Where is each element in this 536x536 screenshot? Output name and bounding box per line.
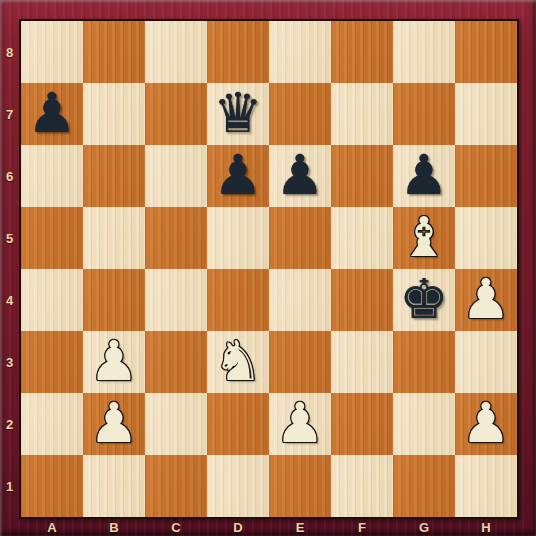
piece-white-pawn[interactable]: ♟ [461, 268, 510, 330]
square-d2[interactable] [207, 393, 269, 455]
square-f4[interactable] [331, 269, 393, 331]
square-f8[interactable] [331, 21, 393, 83]
square-d4[interactable] [207, 269, 269, 331]
file-label-e: E [269, 519, 331, 536]
piece-black-pawn[interactable]: ♟ [27, 82, 76, 144]
square-h7[interactable] [455, 83, 517, 145]
square-b4[interactable] [83, 269, 145, 331]
rank-label-6: 6 [0, 145, 19, 207]
rank-label-7: 7 [0, 83, 19, 145]
rank-labels: 87654321 [0, 21, 19, 517]
piece-black-pawn[interactable]: ♟ [213, 144, 262, 206]
square-h6[interactable] [455, 145, 517, 207]
square-d3[interactable]: ♞ [207, 331, 269, 393]
square-g4[interactable]: ♚ [393, 269, 455, 331]
square-c8[interactable] [145, 21, 207, 83]
square-c1[interactable] [145, 455, 207, 517]
square-g1[interactable] [393, 455, 455, 517]
square-e4[interactable] [269, 269, 331, 331]
rank-label-1: 1 [0, 455, 19, 517]
square-f3[interactable] [331, 331, 393, 393]
square-h1[interactable] [455, 455, 517, 517]
square-e5[interactable] [269, 207, 331, 269]
square-a5[interactable] [21, 207, 83, 269]
square-a2[interactable] [21, 393, 83, 455]
piece-black-pawn[interactable]: ♟ [399, 144, 448, 206]
square-f5[interactable] [331, 207, 393, 269]
square-d7[interactable]: ♛ [207, 83, 269, 145]
square-f2[interactable] [331, 393, 393, 455]
square-g3[interactable] [393, 331, 455, 393]
square-b1[interactable] [83, 455, 145, 517]
square-a3[interactable] [21, 331, 83, 393]
square-h2[interactable]: ♟ [455, 393, 517, 455]
square-d6[interactable]: ♟ [207, 145, 269, 207]
piece-black-queen[interactable]: ♛ [213, 82, 262, 144]
chess-board: ♟♛♟♟♟♝♚♟♟♞♟♟♟ [19, 19, 519, 519]
square-a6[interactable] [21, 145, 83, 207]
rank-label-8: 8 [0, 21, 19, 83]
file-label-c: C [145, 519, 207, 536]
square-g6[interactable]: ♟ [393, 145, 455, 207]
piece-white-pawn[interactable]: ♟ [89, 330, 138, 392]
square-f7[interactable] [331, 83, 393, 145]
file-label-f: F [331, 519, 393, 536]
square-b2[interactable]: ♟ [83, 393, 145, 455]
piece-white-pawn[interactable]: ♟ [461, 392, 510, 454]
file-label-b: B [83, 519, 145, 536]
square-g2[interactable] [393, 393, 455, 455]
file-label-h: H [455, 519, 517, 536]
square-h3[interactable] [455, 331, 517, 393]
file-label-g: G [393, 519, 455, 536]
rank-label-3: 3 [0, 331, 19, 393]
square-b8[interactable] [83, 21, 145, 83]
square-e6[interactable]: ♟ [269, 145, 331, 207]
square-f6[interactable] [331, 145, 393, 207]
square-d8[interactable] [207, 21, 269, 83]
piece-white-pawn[interactable]: ♟ [275, 392, 324, 454]
rank-label-4: 4 [0, 269, 19, 331]
square-b6[interactable] [83, 145, 145, 207]
square-d5[interactable] [207, 207, 269, 269]
square-b7[interactable] [83, 83, 145, 145]
rank-label-5: 5 [0, 207, 19, 269]
square-h4[interactable]: ♟ [455, 269, 517, 331]
piece-black-king[interactable]: ♚ [399, 268, 448, 330]
chess-board-screenshot: 87654321 ABCDEFGH ♟♛♟♟♟♝♚♟♟♞♟♟♟ [0, 0, 536, 536]
file-labels: ABCDEFGH [21, 519, 517, 536]
square-c4[interactable] [145, 269, 207, 331]
square-a7[interactable]: ♟ [21, 83, 83, 145]
square-e2[interactable]: ♟ [269, 393, 331, 455]
piece-white-bishop[interactable]: ♝ [399, 206, 448, 268]
square-h5[interactable] [455, 207, 517, 269]
square-e8[interactable] [269, 21, 331, 83]
square-e1[interactable] [269, 455, 331, 517]
square-a8[interactable] [21, 21, 83, 83]
square-b3[interactable]: ♟ [83, 331, 145, 393]
square-e7[interactable] [269, 83, 331, 145]
file-label-a: A [21, 519, 83, 536]
square-b5[interactable] [83, 207, 145, 269]
square-f1[interactable] [331, 455, 393, 517]
square-g5[interactable]: ♝ [393, 207, 455, 269]
square-c7[interactable] [145, 83, 207, 145]
square-e3[interactable] [269, 331, 331, 393]
square-c5[interactable] [145, 207, 207, 269]
square-d1[interactable] [207, 455, 269, 517]
square-g8[interactable] [393, 21, 455, 83]
piece-black-pawn[interactable]: ♟ [275, 144, 324, 206]
square-g7[interactable] [393, 83, 455, 145]
square-c2[interactable] [145, 393, 207, 455]
piece-white-knight[interactable]: ♞ [213, 330, 262, 392]
rank-label-2: 2 [0, 393, 19, 455]
square-c6[interactable] [145, 145, 207, 207]
square-h8[interactable] [455, 21, 517, 83]
square-a1[interactable] [21, 455, 83, 517]
square-a4[interactable] [21, 269, 83, 331]
file-label-d: D [207, 519, 269, 536]
piece-white-pawn[interactable]: ♟ [89, 392, 138, 454]
square-c3[interactable] [145, 331, 207, 393]
